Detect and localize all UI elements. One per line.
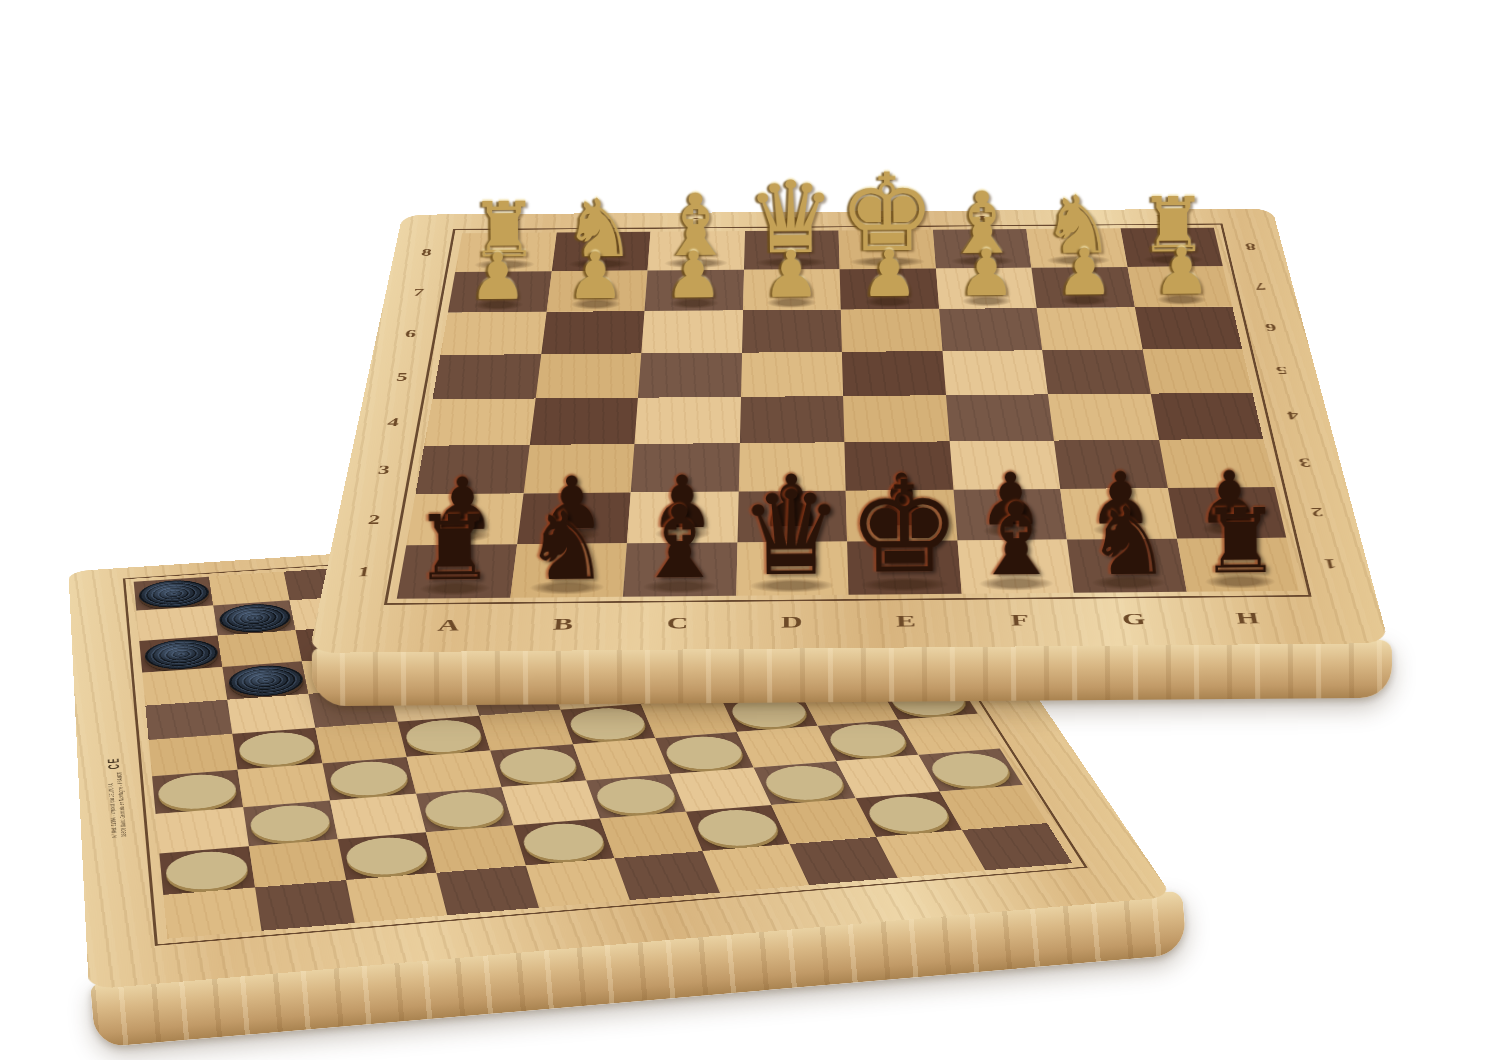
chess-rank-label-right-4-text: 4 — [1285, 409, 1299, 422]
chess-piece-light-pawn-b7[interactable]: ♟ — [567, 246, 625, 306]
chess-file-label-bottom-G-text: G — [1121, 609, 1148, 628]
chess-rank-label-left-1-text: 1 — [356, 565, 371, 580]
chess-piece-light-pawn-c7[interactable]: ♟ — [664, 246, 722, 306]
draughts-border-left-4 — [75, 706, 148, 746]
chess-square-e7[interactable]: ♟ — [840, 268, 939, 309]
draughts-border-left-6 — [79, 776, 156, 820]
draughts-border-bottom-3 — [447, 908, 552, 958]
draughts-border-left-9 — [85, 895, 168, 945]
chess-rank-label-right-1-text: 1 — [1322, 556, 1338, 571]
chess-square-b4[interactable] — [529, 398, 638, 445]
draughts-square-r9c5[interactable] — [615, 851, 720, 900]
chess-file-label-bottom-B: B — [503, 597, 623, 651]
chess-square-f5[interactable] — [942, 350, 1048, 395]
chess-piece-dark-rook-a1[interactable]: ♜ — [413, 508, 494, 591]
chess-square-e1[interactable]: ♚ — [847, 541, 961, 595]
chess-file-label-bottom-F-text: F — [1010, 610, 1031, 629]
chess-square-c6[interactable] — [641, 310, 742, 353]
chess-border-corner-bl — [309, 599, 397, 653]
draughts-border-bottom-2 — [355, 915, 458, 966]
chess-rank-label-right-2-text: 2 — [1309, 505, 1324, 519]
chess-board-face: ABCDEFGH8♜♞♝♛♚♝♞♜87♟♟♟♟♟♟♟♟7665544332♟♟♟… — [309, 208, 1389, 652]
draughts-piece-light-r5c5[interactable] — [565, 706, 650, 742]
chess-square-g7[interactable]: ♟ — [1031, 267, 1134, 308]
draughts-piece-light-r6c2[interactable] — [327, 759, 411, 798]
chess-piece-light-pawn-e7[interactable]: ♟ — [860, 244, 918, 304]
chess-square-e5[interactable] — [842, 351, 946, 396]
draughts-square-r9c2[interactable] — [346, 873, 447, 923]
chess-piece-light-pawn-a7[interactable]: ♟ — [469, 247, 527, 307]
draughts-border-bottom-4 — [539, 900, 645, 950]
chess-square-d7[interactable]: ♟ — [743, 269, 841, 310]
draughts-piece-light-r5c1[interactable] — [237, 730, 318, 767]
chess-rank-label-right-6-text: 6 — [1264, 321, 1278, 333]
chess-rank-label-right-3: 3 — [1263, 438, 1347, 487]
chess-border-corner-br — [1299, 590, 1389, 644]
chess-file-label-bottom-D: D — [734, 595, 850, 649]
chess-rank-label-left-3-text: 3 — [377, 463, 391, 477]
chess-square-d5[interactable] — [741, 352, 844, 397]
chess-square-a6[interactable] — [440, 312, 546, 355]
chess-square-c4[interactable] — [634, 397, 740, 444]
draughts-piece-dark-r2c0[interactable] — [144, 637, 220, 671]
draughts-piece-light-r6c4[interactable] — [495, 747, 581, 785]
chess-rank-label-right-5-text: 5 — [1274, 364, 1288, 376]
chess-rank-label-left-1: 1 — [320, 545, 406, 599]
chess-rank-label-left-2: 2 — [332, 494, 416, 546]
chess-file-label-bottom-F: F — [961, 593, 1081, 647]
chess-piece-light-pawn-h7[interactable]: ♟ — [1153, 242, 1211, 302]
draughts-border-bottom-5 — [630, 893, 737, 942]
chess-border-corner-tl — [398, 214, 465, 233]
draughts-square-r8c0[interactable] — [159, 846, 255, 895]
chess-piece-light-pawn-g7[interactable]: ♟ — [1055, 243, 1113, 303]
chess-piece-light-pawn-f7[interactable]: ♟ — [958, 243, 1016, 303]
chess-rank-label-right-3-text: 3 — [1297, 456, 1312, 470]
product-photo-scene: N° Réf. 11364 - Importé par JEUJURA 3930… — [0, 0, 1500, 1060]
chess-square-g5[interactable] — [1042, 350, 1150, 395]
draughts-piece-light-r7c3[interactable] — [421, 789, 508, 829]
chess-rank-label-left-7-text: 7 — [412, 287, 425, 298]
draughts-square-r9c3[interactable] — [436, 866, 539, 916]
chess-rank-label-right-6: 6 — [1232, 306, 1309, 349]
chess-file-label-bottom-H-text: H — [1234, 608, 1262, 627]
chess-rank-label-left-2-text: 2 — [367, 513, 382, 527]
draughts-square-r5c5[interactable] — [560, 704, 655, 745]
chess-rank-label-left-3: 3 — [343, 446, 424, 495]
chess-board: ABCDEFGH8♜♞♝♛♚♝♞♜87♟♟♟♟♟♟♟♟7665544332♟♟♟… — [309, 208, 1389, 652]
chess-square-e6[interactable] — [841, 309, 942, 352]
draughts-square-r7c5[interactable] — [586, 774, 686, 818]
chess-square-h6[interactable] — [1135, 307, 1243, 350]
draughts-piece-light-r8c4[interactable] — [519, 821, 609, 863]
chess-rank-label-right-2: 2 — [1274, 486, 1360, 537]
chess-square-g6[interactable] — [1037, 307, 1143, 350]
draughts-square-r9c1[interactable] — [255, 880, 355, 931]
draughts-square-r8c3[interactable] — [426, 825, 526, 872]
chess-rank-label-left-7: 7 — [381, 272, 455, 313]
chess-piece-dark-bishop-f1[interactable]: ♝ — [971, 493, 1062, 586]
chess-file-label-bottom-D-text: D — [781, 612, 804, 631]
chess-piece-dark-rook-h1[interactable]: ♜ — [1200, 501, 1281, 584]
chess-rank-label-right-7-text: 7 — [1254, 280, 1267, 291]
chess-file-label-top-F-text: F — [970, 214, 987, 227]
chess-square-f6[interactable] — [939, 308, 1042, 351]
draughts-piece-light-r6c8[interactable] — [823, 722, 913, 759]
draughts-piece-light-r8c2[interactable] — [343, 835, 431, 878]
draughts-piece-light-r7c1[interactable] — [248, 803, 333, 844]
draughts-border-left-0 — [69, 582, 136, 616]
draughts-piece-light-r6c6[interactable] — [660, 734, 748, 772]
draughts-piece-light-r5c3[interactable] — [403, 718, 486, 755]
draughts-square-r7c1[interactable] — [243, 800, 338, 846]
chess-file-label-bottom-H: H — [1186, 591, 1311, 645]
chess-piece-dark-bishop-c1[interactable]: ♝ — [634, 496, 725, 589]
chess-file-label-top-C-text: C — [688, 216, 707, 229]
chess-file-label-top-E-text: E — [876, 214, 894, 227]
chess-piece-dark-knight-g1[interactable]: ♞ — [1086, 498, 1171, 585]
chess-rank-label-left-4-text: 4 — [386, 416, 400, 429]
chess-square-b7[interactable]: ♟ — [546, 271, 647, 312]
chess-rank-label-left-8: 8 — [390, 233, 462, 272]
chess-square-d4[interactable] — [739, 396, 844, 443]
chess-file-label-bottom-B-text: B — [552, 614, 575, 633]
draughts-piece-light-r8c6[interactable] — [691, 807, 784, 848]
chess-square-f1[interactable]: ♝ — [957, 540, 1074, 594]
chess-file-label-bottom-A: A — [387, 598, 510, 652]
chess-square-c5[interactable] — [638, 353, 742, 398]
chess-file-label-top-D-text: D — [782, 215, 800, 228]
draughts-border-left-3 — [74, 673, 146, 711]
draughts-border-left-8 — [82, 853, 163, 901]
chess-square-b6[interactable] — [541, 311, 645, 354]
chess-square-g1[interactable]: ♞ — [1067, 539, 1186, 593]
chess-file-label-bottom-C-text: C — [666, 613, 689, 632]
draughts-square-r6c1[interactable] — [238, 763, 330, 807]
chess-square-d1[interactable]: ♛ — [736, 541, 849, 595]
chess-square-d6[interactable] — [742, 310, 842, 353]
chess-rank-label-right-4: 4 — [1252, 392, 1333, 439]
chess-file-label-top-B-text: B — [595, 216, 613, 229]
draughts-border-left-7 — [81, 814, 160, 860]
chess-rank-label-right-8: 8 — [1214, 227, 1288, 266]
chess-square-g4[interactable] — [1048, 394, 1159, 441]
draughts-piece-light-r7c9[interactable] — [924, 751, 1017, 789]
chess-border-corner-tr — [1209, 208, 1277, 227]
chess-file-label-top-G-text: G — [1061, 213, 1083, 226]
draughts-border-corner-bl — [87, 939, 172, 990]
draughts-piece-light-r7c5[interactable] — [591, 776, 680, 816]
draughts-square-r9c0[interactable] — [163, 888, 261, 939]
chess-square-a7[interactable]: ♟ — [448, 271, 551, 312]
draughts-piece-light-r7c7[interactable] — [759, 763, 850, 802]
chess-rank-label-left-6-text: 6 — [404, 328, 417, 340]
chess-file-label-bottom-G: G — [1074, 592, 1196, 646]
chess-rank-label-left-5: 5 — [363, 355, 440, 400]
chess-square-h1[interactable]: ♜ — [1177, 538, 1299, 592]
chess-file-label-top-A-text: A — [500, 217, 520, 230]
chess-square-a4[interactable] — [424, 398, 535, 445]
chess-square-b1[interactable]: ♞ — [510, 543, 627, 597]
chess-square-h5[interactable] — [1142, 349, 1252, 394]
chess-rank-label-left-8-text: 8 — [420, 247, 432, 258]
chess-file-label-bottom-E: E — [849, 594, 966, 648]
draughts-square-r6c2[interactable] — [322, 757, 416, 801]
chess-piece-light-pawn-d7[interactable]: ♟ — [762, 245, 820, 305]
draughts-border-bottom-0 — [167, 931, 268, 983]
draughts-piece-dark-r0c0[interactable] — [138, 578, 211, 609]
chess-rank-label-right-8-text: 8 — [1244, 241, 1257, 252]
draughts-square-r8c5[interactable] — [600, 812, 702, 859]
draughts-border-bottom-1 — [262, 923, 364, 974]
chess-square-c1[interactable]: ♝ — [623, 542, 737, 596]
chess-rank-label-right-7: 7 — [1223, 266, 1298, 307]
chess-file-label-bottom-A-text: A — [437, 615, 462, 634]
draughts-square-r9c4[interactable] — [526, 858, 630, 907]
draughts-piece-light-r8c0[interactable] — [164, 849, 250, 892]
draughts-piece-light-r6c0[interactable] — [157, 772, 238, 812]
chess-file-label-bottom-E-text: E — [895, 611, 917, 630]
draughts-border-left-5 — [77, 740, 152, 782]
draughts-square-r7c4[interactable] — [502, 781, 601, 826]
chess-square-c7[interactable]: ♟ — [644, 270, 743, 311]
draughts-border-left-1 — [71, 611, 140, 646]
chess-rank-label-left-5-text: 5 — [395, 371, 408, 383]
chess-piece-dark-knight-b1[interactable]: ♞ — [524, 502, 610, 590]
chess-rank-label-right-1: 1 — [1286, 537, 1374, 591]
chess-square-h4[interactable] — [1150, 393, 1263, 440]
draughts-piece-dark-r1c1[interactable] — [218, 602, 293, 634]
chess-square-h7[interactable]: ♟ — [1127, 266, 1232, 307]
chess-square-f7[interactable]: ♟ — [936, 268, 1037, 309]
draughts-piece-light-r8c8[interactable] — [861, 794, 956, 835]
chess-square-e4[interactable] — [843, 395, 949, 442]
draughts-border-left-2 — [72, 641, 142, 677]
chess-file-label-top-H-text: H — [1154, 212, 1176, 225]
chess-piece-dark-king-e1[interactable]: ♚ — [847, 470, 961, 587]
chess-square-a5[interactable] — [432, 354, 540, 399]
chess-square-b5[interactable] — [535, 353, 641, 398]
chess-rank-label-left-4: 4 — [353, 399, 432, 446]
chess-square-a1[interactable]: ♜ — [397, 544, 517, 598]
chess-rank-label-left-6: 6 — [372, 313, 448, 356]
chess-piece-dark-queen-d1[interactable]: ♛ — [739, 480, 845, 588]
draughts-piece-dark-r3c1[interactable] — [227, 663, 306, 698]
chess-file-label-bottom-C: C — [619, 596, 736, 650]
draughts-square-r2c0[interactable] — [139, 636, 222, 673]
chess-rank-label-right-5: 5 — [1242, 348, 1321, 393]
chess-square-f4[interactable] — [946, 394, 1054, 441]
